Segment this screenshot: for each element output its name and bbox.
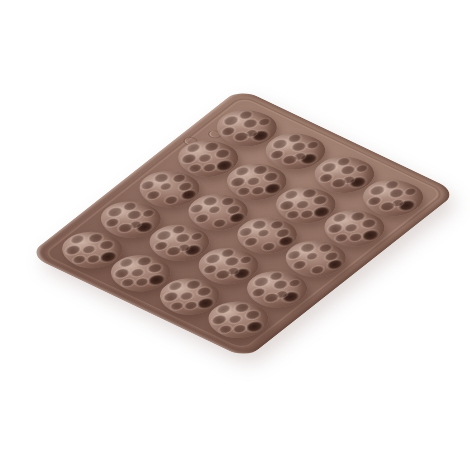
silicone-mold-tray	[28, 88, 458, 359]
product-photo	[0, 0, 470, 470]
cavity-grid	[48, 101, 437, 346]
